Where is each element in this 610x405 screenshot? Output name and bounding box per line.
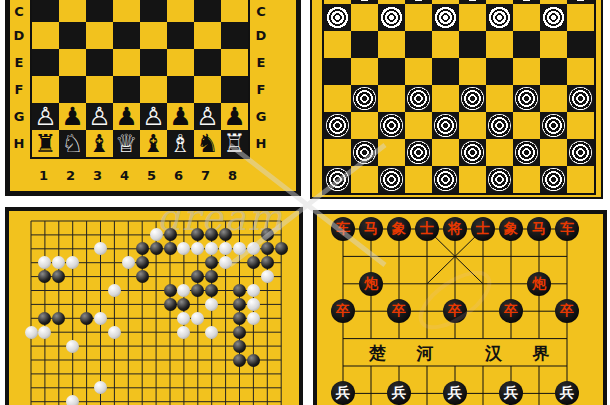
xiangqi-piece-兵[interactable]: 兵	[555, 381, 579, 405]
chess-square[interactable]: ♖	[221, 130, 248, 157]
chess-piece-black[interactable]: ♝	[142, 131, 164, 156]
draughts-piece-black[interactable]	[380, 114, 403, 137]
draughts-square[interactable]	[486, 166, 513, 193]
draughts-square[interactable]	[486, 58, 513, 85]
go-stone-black[interactable]	[233, 298, 246, 311]
go-stone-white[interactable]	[205, 298, 218, 311]
draughts-board-panel	[310, 0, 603, 199]
chess-piece-black[interactable]: ♟	[223, 104, 245, 129]
draughts-square[interactable]	[351, 112, 378, 139]
xiangqi-piece-象[interactable]: 象	[499, 217, 523, 241]
draughts-piece-black[interactable]	[488, 168, 511, 191]
draughts-piece-white[interactable]	[407, 0, 430, 2]
draughts-square[interactable]	[405, 31, 432, 58]
chess-rank-label: C	[10, 0, 28, 22]
xiangqi-piece-炮[interactable]: 炮	[359, 272, 383, 296]
draughts-piece-black[interactable]	[380, 168, 403, 191]
draughts-piece-black[interactable]	[353, 141, 376, 164]
go-stone-black[interactable]	[233, 326, 246, 339]
draughts-piece-white[interactable]	[569, 0, 592, 2]
draughts-square[interactable]	[567, 31, 594, 58]
xiangqi-piece-马[interactable]: 马	[527, 217, 551, 241]
xiangqi-river-text-right: 汉 界	[485, 340, 562, 366]
draughts-square[interactable]	[540, 112, 567, 139]
chess-file-label: 3	[84, 161, 111, 189]
chess-square[interactable]	[86, 0, 113, 22]
draughts-square[interactable]	[432, 58, 459, 85]
draughts-square[interactable]	[513, 166, 540, 193]
go-stone-black[interactable]	[164, 298, 177, 311]
xiangqi-piece-卒[interactable]: 卒	[555, 299, 579, 323]
go-stone-white[interactable]	[205, 326, 218, 339]
chess-file-label: 4	[111, 161, 138, 189]
xiangqi-piece-卒[interactable]: 卒	[331, 299, 355, 323]
chess-square[interactable]	[221, 22, 248, 49]
draughts-square[interactable]	[405, 139, 432, 166]
draughts-piece-white[interactable]	[353, 0, 376, 2]
xiangqi-piece-将[interactable]: 将	[443, 217, 467, 241]
draughts-piece-black[interactable]	[542, 114, 565, 137]
go-stone-white[interactable]	[261, 270, 274, 283]
chess-square[interactable]: ♜	[32, 130, 59, 157]
draughts-square[interactable]	[459, 58, 486, 85]
draughts-square[interactable]	[567, 4, 594, 31]
chess-square[interactable]	[194, 49, 221, 76]
chess-rank-labels-right: CDEFGH	[252, 0, 270, 157]
go-stone-black[interactable]	[261, 256, 274, 269]
xiangqi-river-text-left: 楚 河	[369, 340, 446, 366]
draughts-square[interactable]	[405, 4, 432, 31]
go-stone-white[interactable]	[247, 312, 260, 325]
go-stone-white[interactable]	[247, 298, 260, 311]
draughts-piece-white[interactable]	[380, 6, 403, 29]
draughts-square[interactable]	[378, 166, 405, 193]
draughts-square[interactable]	[567, 166, 594, 193]
screenshot-root: CDEFGH ♙♟♙♟♙♟♙♟♜♘♝♕♝♗♞♖ CDEFGH 12345678 …	[0, 0, 610, 405]
chess-square[interactable]	[59, 22, 86, 49]
chess-file-label: 6	[165, 161, 192, 189]
draughts-square[interactable]	[324, 4, 351, 31]
chess-file-label: 5	[138, 161, 165, 189]
chess-square[interactable]: ♝	[140, 130, 167, 157]
go-stone-white[interactable]	[66, 340, 79, 353]
draughts-piece-black[interactable]	[353, 87, 376, 110]
go-stone-black[interactable]	[136, 256, 149, 269]
chess-rank-label: H	[252, 130, 270, 157]
draughts-square[interactable]	[513, 31, 540, 58]
draughts-piece-white[interactable]	[542, 6, 565, 29]
xiangqi-piece-炮[interactable]: 炮	[527, 272, 551, 296]
chess-piece-white[interactable]: ♖	[223, 131, 245, 156]
draughts-square[interactable]	[324, 166, 351, 193]
chess-piece-white[interactable]: ♕	[115, 131, 137, 156]
draughts-square[interactable]	[567, 58, 594, 85]
go-stone-white[interactable]	[66, 395, 79, 405]
go-stone-black[interactable]	[275, 242, 288, 255]
xiangqi-piece-车[interactable]: 车	[555, 217, 579, 241]
draughts-square[interactable]	[486, 31, 513, 58]
chess-square[interactable]	[86, 49, 113, 76]
draughts-piece-black[interactable]	[461, 141, 484, 164]
xiangqi-piece-车[interactable]: 车	[331, 217, 355, 241]
chess-square[interactable]	[86, 76, 113, 103]
chess-file-label: 2	[57, 161, 84, 189]
chess-square[interactable]: ♕	[113, 130, 140, 157]
draughts-piece-black[interactable]	[569, 141, 592, 164]
chess-piece-white[interactable]: ♗	[169, 131, 191, 156]
draughts-square[interactable]	[513, 112, 540, 139]
draughts-square[interactable]	[432, 4, 459, 31]
draughts-square[interactable]	[567, 85, 594, 112]
chess-square[interactable]	[113, 76, 140, 103]
chess-square[interactable]	[221, 76, 248, 103]
draughts-square[interactable]	[513, 4, 540, 31]
chess-square[interactable]: ♙	[194, 103, 221, 130]
go-stone-black[interactable]	[247, 256, 260, 269]
chess-square[interactable]	[167, 0, 194, 22]
chess-square[interactable]	[113, 49, 140, 76]
chess-square[interactable]	[113, 0, 140, 22]
draughts-square[interactable]	[540, 139, 567, 166]
draughts-piece-white[interactable]	[326, 6, 349, 29]
chess-square[interactable]: ♟	[113, 103, 140, 130]
chess-square[interactable]: ♟	[221, 103, 248, 130]
draughts-piece-black[interactable]	[326, 114, 349, 137]
chess-square[interactable]	[167, 49, 194, 76]
chess-square[interactable]: ♗	[167, 130, 194, 157]
chess-piece-black[interactable]: ♝	[88, 131, 110, 156]
xiangqi-piece-马[interactable]: 马	[359, 217, 383, 241]
draughts-square[interactable]	[324, 139, 351, 166]
draughts-square[interactable]	[405, 85, 432, 112]
draughts-square[interactable]	[378, 58, 405, 85]
xiangqi-piece-士[interactable]: 士	[415, 217, 439, 241]
draughts-square[interactable]	[513, 85, 540, 112]
xiangqi-piece-兵[interactable]: 兵	[387, 381, 411, 405]
draughts-piece-black[interactable]	[434, 168, 457, 191]
draughts-square[interactable]	[459, 112, 486, 139]
draughts-squares	[322, 0, 596, 195]
draughts-square[interactable]	[351, 4, 378, 31]
chess-rank-label: C	[252, 0, 270, 22]
chess-piece-black[interactable]: ♟	[169, 104, 191, 129]
chess-rank-label: H	[10, 130, 28, 157]
go-stone-black[interactable]	[233, 340, 246, 353]
draughts-square[interactable]	[351, 31, 378, 58]
draughts-square[interactable]	[486, 112, 513, 139]
go-stone-black[interactable]	[233, 312, 246, 325]
draughts-piece-black[interactable]	[407, 141, 430, 164]
go-stone-black[interactable]	[233, 354, 246, 367]
chess-square[interactable]	[32, 0, 59, 22]
go-stone-black[interactable]	[136, 242, 149, 255]
chess-square[interactable]	[113, 22, 140, 49]
chess-rank-label: F	[252, 76, 270, 103]
chess-rank-label: D	[10, 22, 28, 49]
draughts-piece-black[interactable]	[434, 114, 457, 137]
chess-square[interactable]	[140, 76, 167, 103]
chess-square[interactable]	[140, 49, 167, 76]
draughts-piece-black[interactable]	[542, 168, 565, 191]
go-stone-white[interactable]	[122, 256, 135, 269]
draughts-piece-black[interactable]	[569, 87, 592, 110]
go-stone-black[interactable]	[233, 284, 246, 297]
chess-piece-black[interactable]: ♜	[34, 131, 56, 156]
xiangqi-piece-卒[interactable]: 卒	[499, 299, 523, 323]
go-stone-white[interactable]	[150, 228, 163, 241]
go-stone-black[interactable]	[164, 242, 177, 255]
chess-square[interactable]	[59, 0, 86, 22]
draughts-square[interactable]	[486, 85, 513, 112]
chess-piece-white[interactable]: ♙	[196, 104, 218, 129]
go-stone-black[interactable]	[164, 284, 177, 297]
go-stone-black[interactable]	[80, 312, 93, 325]
draughts-square[interactable]	[540, 31, 567, 58]
draughts-piece-black[interactable]	[461, 87, 484, 110]
draughts-square[interactable]	[567, 139, 594, 166]
draughts-piece-white[interactable]	[488, 6, 511, 29]
draughts-square[interactable]	[432, 85, 459, 112]
draughts-square[interactable]	[459, 31, 486, 58]
draughts-square[interactable]	[405, 58, 432, 85]
draughts-square[interactable]	[324, 112, 351, 139]
chess-square[interactable]	[221, 49, 248, 76]
xiangqi-piece-兵[interactable]: 兵	[499, 381, 523, 405]
draughts-square[interactable]	[459, 85, 486, 112]
chess-square[interactable]: ♟	[59, 103, 86, 130]
chess-square[interactable]: ♘	[59, 130, 86, 157]
chess-square[interactable]: ♝	[86, 130, 113, 157]
chess-file-label: 7	[192, 161, 219, 189]
chess-board-panel: CDEFGH ♙♟♙♟♙♟♙♟♜♘♝♕♝♗♞♖ CDEFGH 12345678	[5, 0, 301, 196]
xiangqi-piece-卒[interactable]: 卒	[443, 299, 467, 323]
chess-piece-black[interactable]: ♟	[115, 104, 137, 129]
draughts-square[interactable]	[324, 85, 351, 112]
go-stone-black[interactable]	[136, 270, 149, 283]
go-stone-white[interactable]	[25, 326, 38, 339]
chess-rank-label: E	[10, 49, 28, 76]
draughts-square[interactable]	[432, 166, 459, 193]
draughts-square[interactable]	[378, 4, 405, 31]
draughts-piece-white[interactable]	[461, 0, 484, 2]
draughts-square[interactable]	[432, 31, 459, 58]
chess-square[interactable]	[221, 0, 248, 22]
draughts-piece-white[interactable]	[434, 6, 457, 29]
chess-piece-white[interactable]: ♙	[142, 104, 164, 129]
chess-piece-white[interactable]: ♙	[88, 104, 110, 129]
chess-square[interactable]	[194, 0, 221, 22]
draughts-square[interactable]	[324, 31, 351, 58]
draughts-square[interactable]	[567, 112, 594, 139]
draughts-piece-black[interactable]	[515, 87, 538, 110]
draughts-square[interactable]	[351, 85, 378, 112]
chess-square[interactable]	[194, 22, 221, 49]
chess-file-label: 8	[219, 161, 246, 189]
chess-rank-label: D	[252, 22, 270, 49]
draughts-square[interactable]	[540, 58, 567, 85]
chess-square[interactable]: ♙	[32, 103, 59, 130]
chess-square[interactable]	[32, 49, 59, 76]
go-stone-black[interactable]	[164, 228, 177, 241]
draughts-square[interactable]	[351, 139, 378, 166]
chess-square[interactable]	[167, 22, 194, 49]
chess-square[interactable]	[140, 22, 167, 49]
draughts-square[interactable]	[432, 139, 459, 166]
chess-file-labels: 12345678	[30, 161, 246, 189]
xiangqi-piece-卒[interactable]: 卒	[387, 299, 411, 323]
xiangqi-piece-士[interactable]: 士	[471, 217, 495, 241]
chess-rank-label: G	[252, 103, 270, 130]
draughts-square[interactable]	[378, 85, 405, 112]
go-stone-white[interactable]	[108, 284, 121, 297]
draughts-square[interactable]	[513, 139, 540, 166]
draughts-square[interactable]	[378, 112, 405, 139]
draughts-piece-black[interactable]	[326, 168, 349, 191]
chess-square[interactable]	[32, 22, 59, 49]
draughts-square[interactable]	[486, 139, 513, 166]
draughts-piece-black[interactable]	[407, 87, 430, 110]
chess-square[interactable]: ♙	[86, 103, 113, 130]
draughts-square[interactable]	[351, 58, 378, 85]
chess-square[interactable]	[140, 0, 167, 22]
go-stone-white[interactable]	[94, 312, 107, 325]
draughts-piece-white[interactable]	[515, 0, 538, 2]
go-stone-white[interactable]	[108, 326, 121, 339]
draughts-square[interactable]	[378, 31, 405, 58]
chess-square[interactable]	[32, 76, 59, 103]
draughts-piece-black[interactable]	[515, 141, 538, 164]
draughts-square[interactable]	[324, 58, 351, 85]
chess-square[interactable]	[59, 49, 86, 76]
chess-square[interactable]	[59, 76, 86, 103]
chess-square[interactable]: ♟	[167, 103, 194, 130]
draughts-square[interactable]	[486, 4, 513, 31]
draughts-square[interactable]	[459, 166, 486, 193]
chess-file-label: 1	[30, 161, 57, 189]
go-board-panel: dream	[5, 207, 303, 405]
chess-square[interactable]	[194, 76, 221, 103]
chess-rank-label: F	[10, 76, 28, 103]
xiangqi-piece-象[interactable]: 象	[387, 217, 411, 241]
draughts-square[interactable]	[351, 166, 378, 193]
draughts-square[interactable]	[405, 166, 432, 193]
chess-rank-label: G	[10, 103, 28, 130]
draughts-square[interactable]	[513, 58, 540, 85]
chess-piece-white[interactable]: ♘	[61, 131, 83, 156]
chess-square[interactable]: ♞	[194, 130, 221, 157]
draughts-piece-black[interactable]	[488, 114, 511, 137]
chess-piece-black[interactable]: ♞	[196, 131, 218, 156]
chess-piece-white[interactable]: ♙	[34, 104, 56, 129]
chess-square[interactable]	[167, 76, 194, 103]
draughts-square[interactable]	[378, 139, 405, 166]
chess-square[interactable]	[86, 22, 113, 49]
go-stone-black[interactable]	[150, 242, 163, 255]
draughts-square[interactable]	[540, 85, 567, 112]
draughts-square[interactable]	[459, 4, 486, 31]
draughts-square[interactable]	[405, 112, 432, 139]
chess-square[interactable]: ♙	[140, 103, 167, 130]
xiangqi-piece-兵[interactable]: 兵	[443, 381, 467, 405]
go-stone-black[interactable]	[247, 354, 260, 367]
go-stone-white[interactable]	[247, 284, 260, 297]
chess-piece-black[interactable]: ♟	[61, 104, 83, 129]
chess-squares: ♙♟♙♟♙♟♙♟♜♘♝♕♝♗♞♖	[30, 0, 250, 159]
chess-rank-labels-left: CDEFGH	[10, 0, 28, 157]
xiangqi-piece-兵[interactable]: 兵	[331, 381, 355, 405]
chess-rank-label: E	[252, 49, 270, 76]
draughts-square[interactable]	[459, 139, 486, 166]
xiangqi-board-panel: 楚 河 汉 界 车马象士将士象马车炮炮卒卒卒卒卒兵兵兵兵兵	[313, 210, 607, 405]
draughts-square[interactable]	[540, 166, 567, 193]
draughts-square[interactable]	[432, 112, 459, 139]
draughts-square[interactable]	[540, 4, 567, 31]
